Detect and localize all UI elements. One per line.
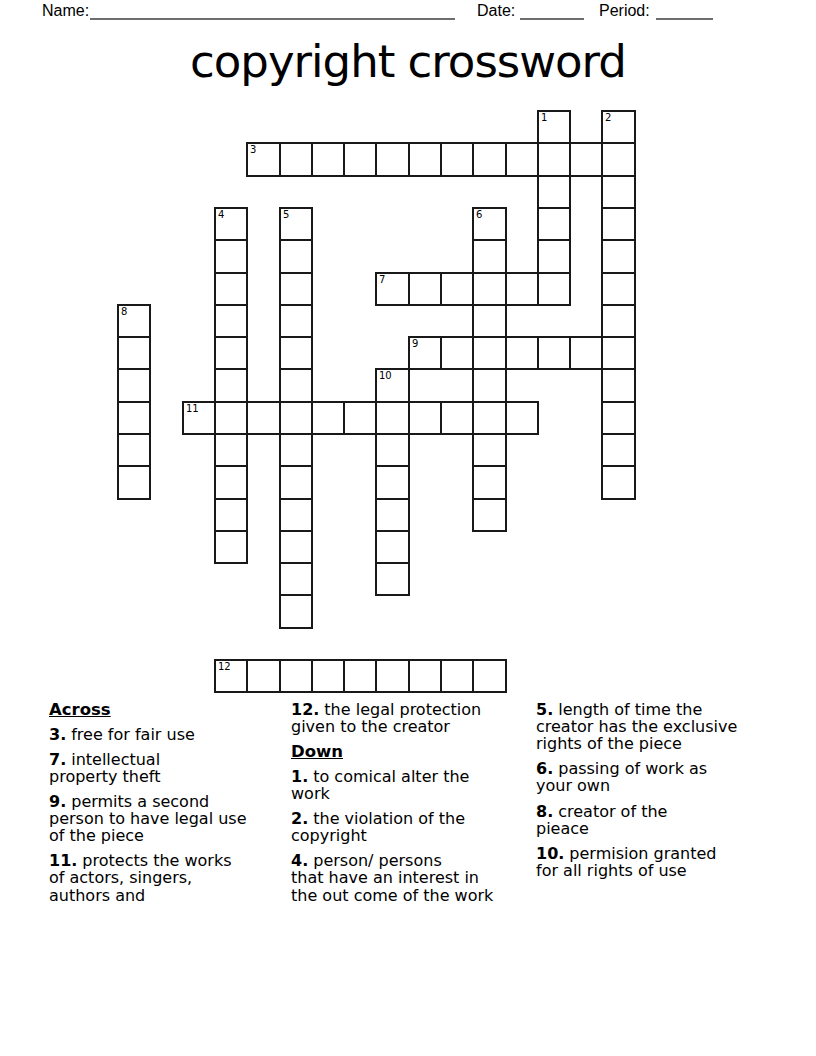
clue-number-1: 1 [541,112,547,123]
clue-number-12: 12 [218,661,231,672]
grid-cell-r11c3[interactable] [214,465,248,500]
clue-2-down: 2.the violation of the copyright [291,810,533,844]
grid-cell-r1c8[interactable] [375,142,410,177]
grid-cell-r12c3[interactable] [214,498,248,532]
grid-cell-r9c15[interactable] [601,401,636,435]
grid-cell-r1c10[interactable] [440,142,474,177]
grid-cell-r13c5[interactable] [279,530,313,564]
grid-cell-r5c5[interactable] [279,272,313,306]
across-heading: Across [49,701,287,719]
clue-number-4: 4 [218,209,224,220]
grid-cell-r1c7[interactable] [343,142,377,177]
grid-cell-r1c14[interactable] [569,142,603,177]
grid-cell-r7c13[interactable] [537,336,571,370]
grid-cell-r8c11[interactable] [472,368,507,403]
grid-cell-r17c3[interactable]: 12 [214,659,248,693]
grid-cell-r14c5[interactable] [279,562,313,596]
grid-cell-r9c3[interactable] [214,401,248,435]
grid-cell-r7c0[interactable] [117,336,151,370]
clue-8-down: 8.creator of the pieace [536,803,804,837]
grid-cell-r7c3[interactable] [214,336,248,370]
clue-6-down: 6.passing of work as your own [536,760,804,794]
clue-number-6: 6 [476,209,482,220]
grid-cell-r13c3[interactable] [214,530,248,564]
grid-cell-r6c5[interactable] [279,304,313,338]
clue-11-across: 11.protects the works of actors, singers… [49,852,287,903]
grid-cell-r9c6[interactable] [311,401,345,435]
grid-cell-r17c4[interactable] [246,659,281,693]
clue-4-down: 4.person/ persons that have an interest … [291,852,533,903]
period-blank-line [656,4,713,20]
grid-cell-r7c14[interactable] [569,336,603,370]
grid-cell-r3c11[interactable]: 6 [472,207,507,241]
clue-5-down: 5.length of time the creator has the exc… [536,701,804,752]
grid-cell-r5c9[interactable] [408,272,442,306]
grid-cell-r2c15[interactable] [601,175,636,209]
grid-cell-r7c9[interactable]: 9 [408,336,442,370]
name-label: Name: [42,2,89,20]
grid-cell-r17c7[interactable] [343,659,377,693]
grid-cell-r6c11[interactable] [472,304,507,338]
period-label: Period: [599,2,650,20]
grid-cell-r14c8[interactable] [375,562,410,596]
grid-cell-r11c0[interactable] [117,465,151,500]
grid-cell-r4c11[interactable] [472,239,507,274]
grid-cell-r7c12[interactable] [505,336,539,370]
grid-cell-r5c15[interactable] [601,272,636,306]
grid-cell-r11c8[interactable] [375,465,410,500]
grid-cell-r8c8[interactable]: 10 [375,368,410,403]
grid-cell-r9c11[interactable] [472,401,507,435]
grid-cell-r9c9[interactable] [408,401,442,435]
grid-cell-r9c7[interactable] [343,401,377,435]
grid-cell-r5c8[interactable]: 7 [375,272,410,306]
grid-cell-r1c12[interactable] [505,142,539,177]
grid-cell-r13c8[interactable] [375,530,410,564]
grid-cell-r9c0[interactable] [117,401,151,435]
grid-cell-r9c12[interactable] [505,401,539,435]
grid-cell-r11c15[interactable] [601,465,636,500]
grid-cell-r12c8[interactable] [375,498,410,532]
grid-cell-r8c0[interactable] [117,368,151,403]
grid-cell-r1c5[interactable] [279,142,313,177]
name-blank-line [90,4,455,20]
grid-cell-r1c6[interactable] [311,142,345,177]
clue-number-7: 7 [379,274,385,285]
clue-column-1: Across 3.free for fair use 7.intellectua… [49,701,287,912]
grid-cell-r6c0[interactable]: 8 [117,304,151,338]
grid-cell-r12c11[interactable] [472,498,507,532]
grid-cell-r0c13[interactable]: 1 [537,110,571,144]
grid-cell-r6c15[interactable] [601,304,636,338]
grid-cell-r1c15[interactable] [601,142,636,177]
clue-number-2: 2 [605,112,611,123]
grid-cell-r10c3[interactable] [214,433,248,467]
crossword-grid: 123456789101112 [117,110,636,693]
grid-cell-r9c5[interactable] [279,401,313,435]
grid-cell-r5c3[interactable] [214,272,248,306]
grid-cell-r10c15[interactable] [601,433,636,467]
grid-cell-r4c3[interactable] [214,239,248,274]
grid-cell-r3c15[interactable] [601,207,636,241]
clue-12-across: 12.the legal protection given to the cre… [291,701,533,735]
grid-cell-r8c5[interactable] [279,368,313,403]
clue-9-across: 9.permits a second person to have legal … [49,793,287,844]
grid-cell-r3c3[interactable]: 4 [214,207,248,241]
clue-number-9: 9 [412,338,418,349]
grid-cell-r10c0[interactable] [117,433,151,467]
grid-cell-r10c5[interactable] [279,433,313,467]
grid-cell-r3c13[interactable] [537,207,571,241]
clue-3-across: 3.free for fair use [49,726,287,743]
clue-number-11: 11 [186,403,199,414]
clue-7-across: 7.intellectual property theft [49,751,287,785]
grid-cell-r2c13[interactable] [537,175,571,209]
grid-cell-r11c11[interactable] [472,465,507,500]
grid-cell-r9c2[interactable]: 11 [182,401,216,435]
grid-cell-r5c11[interactable] [472,272,507,306]
grid-cell-r3c5[interactable]: 5 [279,207,313,241]
clue-column-3: 5.length of time the creator has the exc… [536,701,804,887]
grid-cell-r1c4[interactable]: 3 [246,142,281,177]
grid-cell-r17c6[interactable] [311,659,345,693]
grid-cell-r12c5[interactable] [279,498,313,532]
down-heading: Down [291,743,533,761]
grid-cell-r17c11[interactable] [472,659,507,693]
grid-cell-r6c3[interactable] [214,304,248,338]
clue-column-2: 12.the legal protection given to the cre… [291,701,533,912]
grid-cell-r17c9[interactable] [408,659,442,693]
puzzle-title: copyright crossword [0,34,816,90]
clue-number-8: 8 [121,306,127,317]
date-label: Date: [477,2,515,20]
grid-cell-r1c9[interactable] [408,142,442,177]
grid-cell-r9c8[interactable] [375,401,410,435]
grid-cell-r9c4[interactable] [246,401,281,435]
grid-cell-r8c15[interactable] [601,368,636,403]
grid-cell-r7c10[interactable] [440,336,474,370]
grid-cell-r17c8[interactable] [375,659,410,693]
grid-cell-r17c10[interactable] [440,659,474,693]
clue-1-down: 1.to comical alter the work [291,768,533,802]
grid-cell-r1c13[interactable] [537,142,571,177]
grid-cell-r0c15[interactable]: 2 [601,110,636,144]
grid-cell-r4c5[interactable] [279,239,313,274]
grid-cell-r15c5[interactable] [279,594,313,629]
grid-cell-r10c8[interactable] [375,433,410,467]
grid-cell-r10c11[interactable] [472,433,507,467]
grid-cell-r7c5[interactable] [279,336,313,370]
clue-number-10: 10 [379,370,392,381]
grid-cell-r1c11[interactable] [472,142,507,177]
grid-cell-r17c5[interactable] [279,659,313,693]
grid-cell-r5c10[interactable] [440,272,474,306]
grid-cell-r5c12[interactable] [505,272,539,306]
date-blank-line [520,4,584,20]
grid-cell-r11c5[interactable] [279,465,313,500]
grid-cell-r5c13[interactable] [537,272,571,306]
clue-10-down: 10.permision granted for all rights of u… [536,845,804,879]
grid-cell-r8c3[interactable] [214,368,248,403]
grid-cell-r9c10[interactable] [440,401,474,435]
grid-cell-r7c15[interactable] [601,336,636,370]
grid-cell-r7c11[interactable] [472,336,507,370]
grid-cell-r4c15[interactable] [601,239,636,274]
grid-cell-r4c13[interactable] [537,239,571,274]
clue-number-5: 5 [283,209,289,220]
clue-number-3: 3 [250,144,256,155]
